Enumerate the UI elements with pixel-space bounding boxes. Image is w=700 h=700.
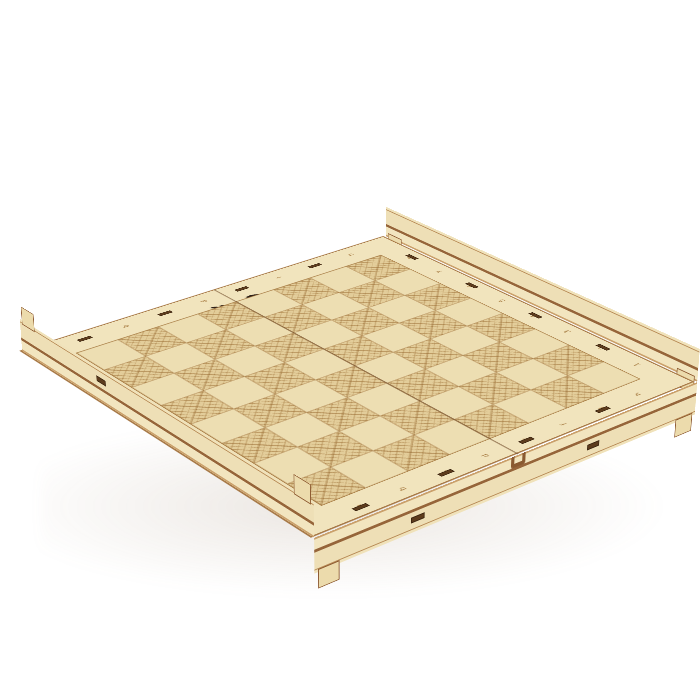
bishop-glyph: ♝	[168, 319, 222, 330]
piece-dark-pawn-b7[interactable]: ♟	[163, 350, 204, 360]
piece-dark-pawn-e7[interactable]: ♟	[281, 311, 320, 320]
wall-slot	[587, 440, 599, 451]
piece-dark-pawn-d7[interactable]: ♟	[243, 324, 282, 333]
piece-dark-pawn-g7[interactable]: ♟	[356, 287, 393, 296]
pawn-glyph: ♟	[164, 351, 202, 359]
piece-dark-pawn-h7[interactable]: ♟	[391, 275, 428, 283]
frame-slot	[595, 406, 611, 413]
rank-label: 5	[494, 297, 510, 304]
pawn-glyph: ♟	[244, 325, 281, 333]
piece-dark-rook-a8[interactable]: ♜	[94, 344, 136, 356]
file-label: a	[350, 502, 369, 511]
rook-glyph: ♜	[91, 346, 138, 356]
rank-label: 3	[559, 328, 575, 335]
corner-foot	[388, 233, 402, 256]
pawn-glyph: ♟	[283, 313, 319, 320]
wall-slot	[96, 375, 105, 386]
piece-dark-pawn-f7[interactable]: ♟	[319, 299, 357, 308]
pawn-glyph: ♟	[392, 277, 427, 284]
piece-dark-knight-g8[interactable]: ♞	[327, 269, 364, 281]
piece-dark-queen-d8[interactable]: ♛	[214, 302, 254, 318]
file-label: h	[629, 390, 647, 398]
rank-label: 1	[629, 361, 646, 368]
file-label: f	[555, 420, 573, 428]
wall-slot	[411, 512, 425, 523]
file-label: d	[476, 451, 494, 460]
queen-glyph: ♛	[203, 304, 266, 317]
knight-glyph: ♞	[128, 332, 182, 343]
file-label: c	[435, 468, 454, 477]
file-label: h	[343, 252, 358, 258]
pawn-glyph: ♟	[357, 288, 392, 295]
file-label: b	[393, 484, 412, 493]
piece-dark-bishop-c8[interactable]: ♝	[175, 316, 215, 329]
file-label: g	[592, 405, 610, 413]
piece-dark-pawn-c7[interactable]: ♟	[203, 336, 243, 346]
rank-label: 7	[432, 268, 447, 274]
corner-foot	[674, 413, 692, 438]
frame-slot	[352, 503, 370, 511]
piece-light-pawn-h2[interactable]: ♟	[549, 352, 591, 362]
pawn-glyph: ♟	[320, 300, 355, 307]
corner-foot	[21, 306, 35, 332]
piece-dark-knight-b8[interactable]: ♞	[135, 329, 176, 342]
piece-dark-rook-h8[interactable]: ♜	[362, 259, 398, 269]
frame-slot	[437, 469, 455, 477]
fold-latch[interactable]	[511, 433, 526, 469]
pawn-glyph: ♟	[551, 354, 590, 362]
pawn-glyph: ♟	[205, 338, 242, 346]
